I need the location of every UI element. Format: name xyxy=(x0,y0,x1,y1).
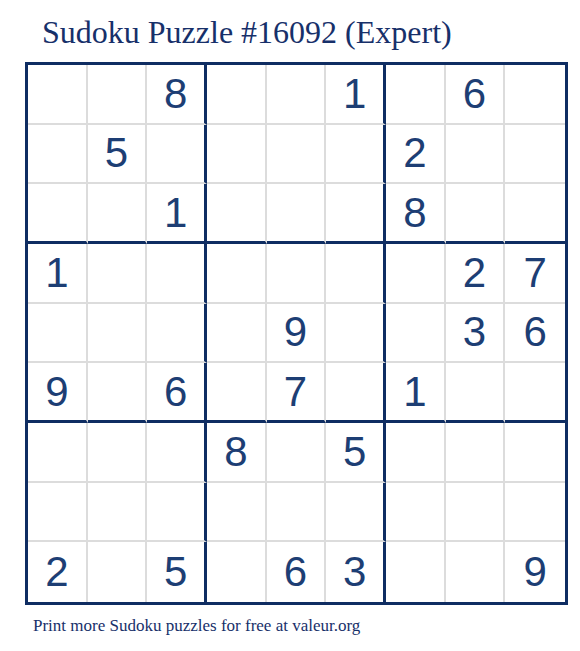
cell-r7c8 xyxy=(446,423,506,483)
cell-r7c5 xyxy=(267,423,327,483)
cell-r9c5: 6 xyxy=(267,542,327,602)
cell-r8c8 xyxy=(446,483,506,543)
cell-r2c4 xyxy=(207,125,267,185)
cell-r1c7 xyxy=(386,65,446,125)
cell-r4c9: 7 xyxy=(505,244,565,304)
cell-r1c1 xyxy=(28,65,88,125)
cell-r5c4 xyxy=(207,304,267,364)
cell-r9c8 xyxy=(446,542,506,602)
cell-r2c6 xyxy=(326,125,386,185)
cell-r3c6 xyxy=(326,184,386,244)
cell-r8c5 xyxy=(267,483,327,543)
cell-r7c3 xyxy=(147,423,207,483)
cell-r5c1 xyxy=(28,304,88,364)
cell-r9c1: 2 xyxy=(28,542,88,602)
cell-r2c3 xyxy=(147,125,207,185)
cell-r3c7: 8 xyxy=(386,184,446,244)
cell-r2c2: 5 xyxy=(88,125,148,185)
cell-r2c5 xyxy=(267,125,327,185)
cell-r7c1 xyxy=(28,423,88,483)
cell-r9c4 xyxy=(207,542,267,602)
cell-r5c7 xyxy=(386,304,446,364)
cell-r5c8: 3 xyxy=(446,304,506,364)
cell-r8c4 xyxy=(207,483,267,543)
cell-r6c2 xyxy=(88,363,148,423)
cell-r6c5: 7 xyxy=(267,363,327,423)
cell-r1c4 xyxy=(207,65,267,125)
cell-r8c7 xyxy=(386,483,446,543)
cell-r1c9 xyxy=(505,65,565,125)
cell-r5c9: 6 xyxy=(505,304,565,364)
cell-r7c4: 8 xyxy=(207,423,267,483)
cell-r4c3 xyxy=(147,244,207,304)
cell-r7c9 xyxy=(505,423,565,483)
cell-r4c7 xyxy=(386,244,446,304)
cell-r1c8: 6 xyxy=(446,65,506,125)
cell-r8c1 xyxy=(28,483,88,543)
footer-text: Print more Sudoku puzzles for free at va… xyxy=(33,616,360,636)
cell-r9c3: 5 xyxy=(147,542,207,602)
cell-r5c2 xyxy=(88,304,148,364)
cell-r3c5 xyxy=(267,184,327,244)
cell-r9c6: 3 xyxy=(326,542,386,602)
cell-r2c7: 2 xyxy=(386,125,446,185)
cell-r4c4 xyxy=(207,244,267,304)
page-title: Sudoku Puzzle #16092 (Expert) xyxy=(42,14,452,51)
cell-r3c8 xyxy=(446,184,506,244)
cell-r6c8 xyxy=(446,363,506,423)
cell-r6c4 xyxy=(207,363,267,423)
cell-r8c3 xyxy=(147,483,207,543)
cell-r4c6 xyxy=(326,244,386,304)
cell-r4c8: 2 xyxy=(446,244,506,304)
cell-r2c9 xyxy=(505,125,565,185)
cell-r6c7: 1 xyxy=(386,363,446,423)
cell-r1c3: 8 xyxy=(147,65,207,125)
sudoku-board: 816521812793696718525639 xyxy=(25,62,568,605)
cell-r1c5 xyxy=(267,65,327,125)
cell-r1c2 xyxy=(88,65,148,125)
cell-r7c7 xyxy=(386,423,446,483)
cell-r5c3 xyxy=(147,304,207,364)
cell-r8c2 xyxy=(88,483,148,543)
cell-r6c9 xyxy=(505,363,565,423)
cell-r5c5: 9 xyxy=(267,304,327,364)
cell-r4c1: 1 xyxy=(28,244,88,304)
cell-r7c2 xyxy=(88,423,148,483)
cell-r3c3: 1 xyxy=(147,184,207,244)
cell-r6c6 xyxy=(326,363,386,423)
cell-r8c9 xyxy=(505,483,565,543)
cell-r4c2 xyxy=(88,244,148,304)
cell-r2c1 xyxy=(28,125,88,185)
cell-r9c9: 9 xyxy=(505,542,565,602)
cell-r6c1: 9 xyxy=(28,363,88,423)
cell-r1c6: 1 xyxy=(326,65,386,125)
cell-r2c8 xyxy=(446,125,506,185)
cell-r6c3: 6 xyxy=(147,363,207,423)
cell-r9c2 xyxy=(88,542,148,602)
cell-r3c1 xyxy=(28,184,88,244)
cell-r3c2 xyxy=(88,184,148,244)
cell-r7c6: 5 xyxy=(326,423,386,483)
cell-r5c6 xyxy=(326,304,386,364)
cell-r3c4 xyxy=(207,184,267,244)
cell-r8c6 xyxy=(326,483,386,543)
cell-r9c7 xyxy=(386,542,446,602)
cell-r3c9 xyxy=(505,184,565,244)
cell-r4c5 xyxy=(267,244,327,304)
